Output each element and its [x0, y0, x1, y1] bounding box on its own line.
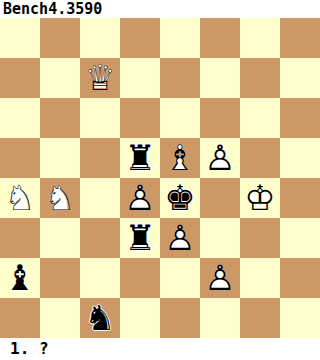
square-g1[interactable] [240, 298, 280, 338]
square-b4[interactable]: ♞♘ [40, 178, 80, 218]
square-g2[interactable] [240, 258, 280, 298]
white-queen-fill: ♛ [80, 58, 120, 98]
square-a6[interactable] [0, 98, 40, 138]
white-king-fill: ♚ [240, 178, 280, 218]
white-pawn: ♟♙ [200, 138, 240, 178]
white-knight-fill: ♞ [0, 178, 40, 218]
square-h6[interactable] [280, 98, 320, 138]
white-pawn-outline: ♙ [200, 258, 240, 298]
diagram-title: Bench4.3590 [0, 0, 320, 18]
square-a3[interactable] [0, 218, 40, 258]
square-e1[interactable] [160, 298, 200, 338]
white-bishop-fill: ♝ [160, 138, 200, 178]
square-e5[interactable]: ♝♗ [160, 138, 200, 178]
square-a4[interactable]: ♞♘ [0, 178, 40, 218]
white-pawn-fill: ♟ [200, 258, 240, 298]
white-queen-outline: ♕ [80, 58, 120, 98]
square-f7[interactable] [200, 58, 240, 98]
square-h4[interactable] [280, 178, 320, 218]
square-h2[interactable] [280, 258, 320, 298]
square-a7[interactable] [0, 58, 40, 98]
square-d6[interactable] [120, 98, 160, 138]
black-rook-glyph: ♜ [120, 218, 160, 258]
square-c2[interactable] [80, 258, 120, 298]
square-e2[interactable] [160, 258, 200, 298]
square-b3[interactable] [40, 218, 80, 258]
square-b2[interactable] [40, 258, 80, 298]
square-a5[interactable] [0, 138, 40, 178]
move-prompt: 1. ? [0, 338, 320, 360]
square-a8[interactable] [0, 18, 40, 58]
square-b6[interactable] [40, 98, 80, 138]
white-knight: ♞♘ [40, 178, 80, 218]
black-king: ♚ [160, 178, 200, 218]
square-c1[interactable]: ♞ [80, 298, 120, 338]
square-a1[interactable] [0, 298, 40, 338]
square-h8[interactable] [280, 18, 320, 58]
square-b5[interactable] [40, 138, 80, 178]
white-king: ♚♔ [240, 178, 280, 218]
square-h1[interactable] [280, 298, 320, 338]
chess-diagram-window: Bench4.3590 ♛♕♜♝♗♟♙♞♘♞♘♟♙♚♚♔♜♟♙♝♟♙♞ 1. ? [0, 0, 320, 360]
white-pawn-fill: ♟ [200, 138, 240, 178]
white-pawn-fill: ♟ [160, 218, 200, 258]
white-pawn: ♟♙ [160, 218, 200, 258]
white-knight-outline: ♘ [40, 178, 80, 218]
white-pawn: ♟♙ [200, 258, 240, 298]
square-d4[interactable]: ♟♙ [120, 178, 160, 218]
white-pawn-outline: ♙ [200, 138, 240, 178]
square-f5[interactable]: ♟♙ [200, 138, 240, 178]
square-f6[interactable] [200, 98, 240, 138]
white-knight: ♞♘ [0, 178, 40, 218]
square-f4[interactable] [200, 178, 240, 218]
square-c5[interactable] [80, 138, 120, 178]
square-f3[interactable] [200, 218, 240, 258]
black-rook: ♜ [120, 138, 160, 178]
white-pawn-fill: ♟ [120, 178, 160, 218]
white-bishop-outline: ♗ [160, 138, 200, 178]
square-g7[interactable] [240, 58, 280, 98]
square-h7[interactable] [280, 58, 320, 98]
square-c4[interactable] [80, 178, 120, 218]
square-b8[interactable] [40, 18, 80, 58]
square-f2[interactable]: ♟♙ [200, 258, 240, 298]
square-g6[interactable] [240, 98, 280, 138]
square-b7[interactable] [40, 58, 80, 98]
square-c6[interactable] [80, 98, 120, 138]
black-rook: ♜ [120, 218, 160, 258]
square-g3[interactable] [240, 218, 280, 258]
square-d8[interactable] [120, 18, 160, 58]
square-d5[interactable]: ♜ [120, 138, 160, 178]
white-bishop: ♝♗ [160, 138, 200, 178]
square-f1[interactable] [200, 298, 240, 338]
black-bishop: ♝ [0, 258, 40, 298]
square-h5[interactable] [280, 138, 320, 178]
square-g8[interactable] [240, 18, 280, 58]
white-pawn-outline: ♙ [160, 218, 200, 258]
black-knight: ♞ [80, 298, 120, 338]
square-g4[interactable]: ♚♔ [240, 178, 280, 218]
square-e7[interactable] [160, 58, 200, 98]
square-b1[interactable] [40, 298, 80, 338]
square-e4[interactable]: ♚ [160, 178, 200, 218]
white-pawn: ♟♙ [120, 178, 160, 218]
square-e3[interactable]: ♟♙ [160, 218, 200, 258]
white-pawn-outline: ♙ [120, 178, 160, 218]
square-d2[interactable] [120, 258, 160, 298]
square-d1[interactable] [120, 298, 160, 338]
white-knight-fill: ♞ [40, 178, 80, 218]
chess-board: ♛♕♜♝♗♟♙♞♘♞♘♟♙♚♚♔♜♟♙♝♟♙♞ [0, 18, 320, 338]
white-knight-outline: ♘ [0, 178, 40, 218]
square-h3[interactable] [280, 218, 320, 258]
white-king-outline: ♔ [240, 178, 280, 218]
black-rook-glyph: ♜ [120, 138, 160, 178]
square-d7[interactable] [120, 58, 160, 98]
square-c7[interactable]: ♛♕ [80, 58, 120, 98]
white-queen: ♛♕ [80, 58, 120, 98]
square-a2[interactable]: ♝ [0, 258, 40, 298]
square-g5[interactable] [240, 138, 280, 178]
square-c3[interactable] [80, 218, 120, 258]
black-king-glyph: ♚ [160, 178, 200, 218]
black-knight-glyph: ♞ [80, 298, 120, 338]
square-f8[interactable] [200, 18, 240, 58]
square-e8[interactable] [160, 18, 200, 58]
square-e6[interactable] [160, 98, 200, 138]
square-c8[interactable] [80, 18, 120, 58]
square-d3[interactable]: ♜ [120, 218, 160, 258]
black-bishop-glyph: ♝ [0, 258, 40, 298]
